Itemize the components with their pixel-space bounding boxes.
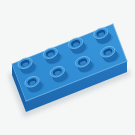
screenshot-canvas	[0, 0, 135, 135]
product-photo	[0, 0, 135, 135]
duplo-plate-svg	[0, 0, 135, 135]
